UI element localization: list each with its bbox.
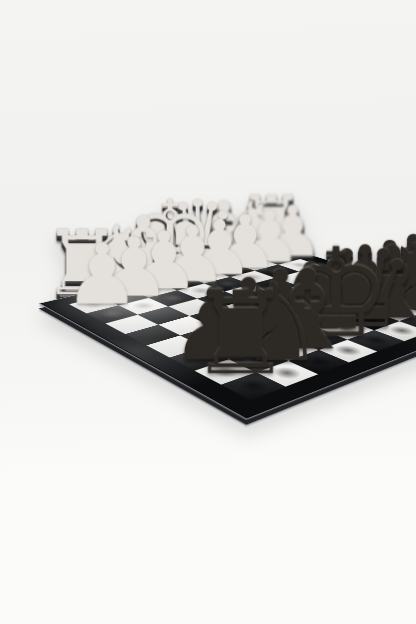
chessboard-wrap: ♜♟♟♜♞♟♟♞♝♟♟♝♛♟♟♛♚♟♟♚♝♟♟♝♞♟♟♞♜♟♟♜	[104, 144, 416, 474]
black-rook-h8: ♜	[164, 275, 318, 390]
photo-scene: ♜♟♟♜♞♟♟♞♝♟♟♝♛♟♟♛♚♟♟♚♝♟♟♝♞♟♟♞♜♟♟♜	[0, 0, 416, 624]
square-h8: ♜	[221, 372, 285, 400]
board-squares: ♜♟♟♜♞♟♟♞♝♟♟♝♛♟♟♛♚♟♟♚♝♟♟♝♞♟♟♞♜♟♟♜	[69, 253, 416, 400]
chessboard: ♜♟♟♜♞♟♟♞♝♟♟♝♛♟♟♛♚♟♟♚♝♟♟♝♞♟♟♞♜♟♟♜	[41, 246, 416, 418]
